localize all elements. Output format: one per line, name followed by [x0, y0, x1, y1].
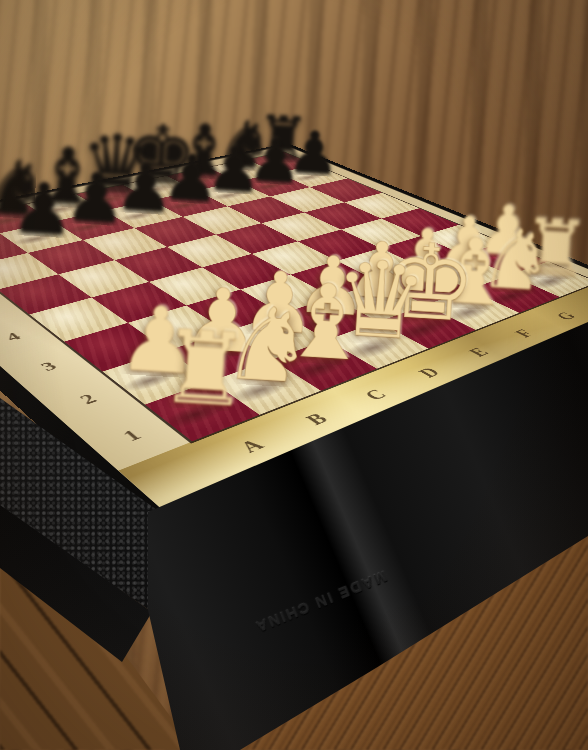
chess-set-photo: ABCDEFGH12345678 ♜♞♝♛♚♝♞♜♟♟♟♟♟♟♟♟♟♟♟♟♟♟♟…	[0, 0, 588, 750]
rank-label-2: 2	[75, 391, 101, 407]
piece-glyph: ♜	[156, 316, 252, 422]
file-label-c: C	[359, 386, 391, 403]
file-label-d: D	[414, 365, 445, 381]
file-label-e: E	[464, 345, 494, 359]
rank-label-3: 3	[37, 359, 62, 374]
piece-glyph: ♟	[0, 183, 21, 259]
file-label-f: F	[510, 327, 538, 340]
file-label-a: A	[235, 436, 270, 456]
rank-label-1: 1	[118, 426, 146, 444]
file-label-b: B	[300, 410, 332, 428]
piece-black-pawn-a7[interactable]: ♟	[0, 139, 42, 253]
piece-white-rook-a1[interactable]: ♜	[136, 264, 277, 414]
rank-label-4: 4	[2, 330, 25, 343]
file-label-g: G	[551, 310, 580, 323]
